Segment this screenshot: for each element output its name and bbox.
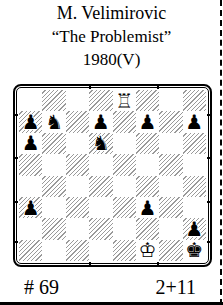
square-g8	[159, 90, 182, 111]
composer-name: M. Velimirovic	[0, 2, 223, 25]
square-g1	[159, 240, 182, 261]
square-g7	[159, 111, 182, 132]
square-b1	[42, 240, 65, 261]
black-pawn-d7: ♟	[89, 111, 112, 132]
board-grid: ♖♟♞♟♟♟♟♞♟♟♟♔♚	[19, 90, 206, 261]
square-e7	[113, 111, 136, 132]
square-f1: ♔	[136, 240, 159, 261]
square-b6	[42, 133, 65, 154]
square-d4	[89, 176, 112, 197]
black-king-h1: ♚	[183, 240, 206, 261]
white-rook-e8: ♖	[113, 90, 136, 111]
chess-board: ♖♟♞♟♟♟♟♞♟♟♟♔♚	[13, 84, 212, 267]
black-knight-d6: ♞	[89, 133, 112, 154]
black-knight-b7: ♞	[42, 111, 65, 132]
border-tick	[13, 201, 18, 203]
square-e3	[113, 197, 136, 218]
square-b5	[42, 154, 65, 175]
source-publication: “The Problemist”	[0, 25, 223, 48]
square-b4	[42, 176, 65, 197]
black-pawn-h7: ♟	[183, 111, 206, 132]
square-b2	[42, 218, 65, 239]
black-pawn-h2: ♟	[183, 218, 206, 239]
square-a8	[19, 90, 42, 111]
material-count: 2+11	[155, 275, 196, 299]
square-d2	[89, 218, 112, 239]
border-tick	[13, 241, 18, 243]
square-e8: ♖	[113, 90, 136, 111]
square-g5	[159, 154, 182, 175]
square-c1	[66, 240, 89, 261]
square-c2	[66, 218, 89, 239]
square-a1	[19, 240, 42, 261]
square-d5	[89, 154, 112, 175]
square-c3	[66, 197, 89, 218]
square-e5	[113, 154, 136, 175]
border-tick	[13, 114, 18, 116]
square-e4	[113, 176, 136, 197]
square-c5	[66, 154, 89, 175]
border-tick	[207, 241, 212, 243]
square-g6	[159, 133, 182, 154]
square-d1	[89, 240, 112, 261]
square-d8	[89, 90, 112, 111]
square-d7: ♟	[89, 111, 112, 132]
square-f2	[136, 218, 159, 239]
square-c6	[66, 133, 89, 154]
square-c7	[66, 111, 89, 132]
square-h7: ♟	[183, 111, 206, 132]
square-h1: ♚	[183, 240, 206, 261]
square-h2: ♟	[183, 218, 206, 239]
square-g2	[159, 218, 182, 239]
black-pawn-f7: ♟	[136, 111, 159, 132]
square-a6: ♟	[19, 133, 42, 154]
square-g4	[159, 176, 182, 197]
square-h5	[183, 154, 206, 175]
square-h8	[183, 90, 206, 111]
border-tick	[89, 84, 91, 89]
square-f6	[136, 133, 159, 154]
square-a3: ♟	[19, 197, 42, 218]
square-f3: ♟	[136, 197, 159, 218]
square-e1	[113, 240, 136, 261]
white-king-f1: ♔	[136, 240, 159, 261]
square-c8	[66, 90, 89, 111]
page-cell-right-border	[220, 0, 222, 305]
square-a4	[19, 176, 42, 197]
problem-footer: # 69 2+11	[24, 275, 196, 299]
square-e6	[113, 133, 136, 154]
square-b3	[42, 197, 65, 218]
square-c4	[66, 176, 89, 197]
square-a2	[19, 218, 42, 239]
border-tick	[13, 157, 18, 159]
problem-diagram-page: M. Velimirovic “The Problemist” 1980(V) …	[0, 0, 223, 305]
square-b7: ♞	[42, 111, 65, 132]
square-d3	[89, 197, 112, 218]
square-h4	[183, 176, 206, 197]
square-g3	[159, 197, 182, 218]
square-f4	[136, 176, 159, 197]
black-pawn-f3: ♟	[136, 197, 159, 218]
border-tick	[89, 262, 91, 267]
square-f7: ♟	[136, 111, 159, 132]
black-pawn-a3: ♟	[19, 197, 42, 218]
square-b8	[42, 90, 65, 111]
square-f5	[136, 154, 159, 175]
square-e2	[113, 218, 136, 239]
square-h6	[183, 133, 206, 154]
square-a7: ♟	[19, 111, 42, 132]
black-pawn-a6: ♟	[19, 133, 42, 154]
border-tick	[207, 201, 212, 203]
border-tick	[207, 157, 212, 159]
publication-year: 1980(V)	[0, 48, 223, 71]
square-d6: ♞	[89, 133, 112, 154]
black-pawn-a7: ♟	[19, 111, 42, 132]
border-tick	[207, 114, 212, 116]
square-h3	[183, 197, 206, 218]
problem-number: # 69	[24, 275, 59, 299]
border-tick	[157, 262, 159, 267]
problem-header: M. Velimirovic “The Problemist” 1980(V)	[0, 2, 223, 71]
square-f8	[136, 90, 159, 111]
border-tick	[157, 84, 159, 89]
square-a5	[19, 154, 42, 175]
